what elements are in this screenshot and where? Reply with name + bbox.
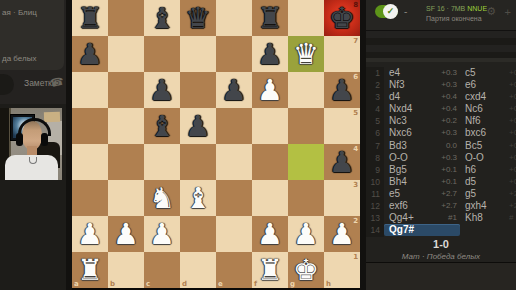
square-f1[interactable]: ♜f xyxy=(252,252,288,288)
square-b4[interactable] xyxy=(108,144,144,180)
move-white[interactable]: Nxc6 xyxy=(384,127,436,139)
move-black-eval-clipped: +2 xyxy=(505,200,516,212)
app-window: ая · Блиц да белых Заметки ☎ ♜♝♛♜♚8♟♟♛7♟… xyxy=(0,0,516,290)
move-row: 7Bd30.0Bc5+0 xyxy=(366,140,516,152)
move-row: 1e4+0.3c5+0 xyxy=(366,67,516,79)
file-label: e xyxy=(218,280,223,288)
square-f3[interactable] xyxy=(252,180,288,216)
rank-label: 4 xyxy=(353,145,358,153)
move-black[interactable]: bxc6 xyxy=(460,127,505,139)
move-eval: +0.4 xyxy=(436,91,460,103)
square-a6[interactable] xyxy=(72,72,108,108)
move-black[interactable]: cxd4 xyxy=(460,91,505,103)
plus-icon[interactable]: + xyxy=(505,6,511,18)
move-black-eval-clipped: +0 xyxy=(505,103,516,115)
game-info-box: ая · Блиц да белых xyxy=(0,0,64,70)
move-black[interactable]: Nf6 xyxy=(460,115,505,127)
chat-tab[interactable] xyxy=(0,74,14,95)
move-eval: +0.1 xyxy=(436,176,460,188)
move-row: 13Qg4+#1Kh8# xyxy=(366,212,516,224)
move-number: 8 xyxy=(366,152,384,164)
move-eval: +0.4 xyxy=(436,103,460,115)
move-black-eval-clipped: +0 xyxy=(505,176,516,188)
square-h1[interactable]: 1h xyxy=(324,252,360,288)
square-a7[interactable]: ♟ xyxy=(72,36,108,72)
move-black-eval-clipped: +0 xyxy=(505,152,516,164)
move-number: 14 xyxy=(366,224,384,236)
move-number: 6 xyxy=(366,127,384,139)
move-white[interactable]: Bd3 xyxy=(384,140,436,152)
white-pawn[interactable]: ♟ xyxy=(144,216,180,252)
square-c3[interactable]: ♞ xyxy=(144,180,180,216)
square-g4[interactable] xyxy=(288,144,324,180)
white-knight[interactable]: ♞ xyxy=(144,180,180,216)
square-f6[interactable]: ♟ xyxy=(252,72,288,108)
move-row: 6Nxc6+0.3bxc6+0 xyxy=(366,127,516,139)
move-white[interactable]: Nf3 xyxy=(384,79,436,91)
rank-label: 7 xyxy=(353,37,358,45)
move-black[interactable]: Nc6 xyxy=(460,103,505,115)
square-g8[interactable] xyxy=(288,0,324,36)
square-c1[interactable]: c xyxy=(144,252,180,288)
square-h7[interactable]: 7 xyxy=(324,36,360,72)
move-white[interactable]: d4 xyxy=(384,91,436,103)
square-b5[interactable] xyxy=(108,108,144,144)
move-black[interactable]: Bc5 xyxy=(460,140,505,152)
move-eval: +0.2 xyxy=(436,115,460,127)
square-d4[interactable] xyxy=(180,144,216,180)
square-g1[interactable]: ♚g xyxy=(288,252,324,288)
square-h5[interactable]: 5 xyxy=(324,108,360,144)
square-a3[interactable] xyxy=(72,180,108,216)
move-row: 3d4+0.4cxd4+0 xyxy=(366,91,516,103)
square-b1[interactable]: b xyxy=(108,252,144,288)
rank-label: 2 xyxy=(353,217,358,225)
move-number: 7 xyxy=(366,140,384,152)
square-b6[interactable] xyxy=(108,72,144,108)
game-result-label: да белых xyxy=(2,54,36,63)
white-rook[interactable]: ♜ xyxy=(252,252,288,288)
square-d7[interactable] xyxy=(180,36,216,72)
move-black[interactable] xyxy=(460,224,505,236)
move-black[interactable]: Kh8 xyxy=(460,212,505,224)
square-g6[interactable] xyxy=(288,72,324,108)
webcam-headphone-left xyxy=(16,133,23,146)
move-black[interactable]: g5 xyxy=(460,188,505,200)
summary-band xyxy=(366,45,516,52)
square-g5[interactable] xyxy=(288,108,324,144)
move-white[interactable]: Qg7# xyxy=(384,224,460,236)
move-row: 10Bh4+0.1d5+0 xyxy=(366,176,516,188)
move-black-eval-clipped: # xyxy=(505,212,516,224)
move-black-eval-clipped: +0 xyxy=(505,164,516,176)
analysis-panel: ✓ - SF 16 · 7MB NNUE Партия окончена ⚙ +… xyxy=(366,0,516,290)
square-h4[interactable]: ♟4 xyxy=(324,144,360,180)
move-number: 9 xyxy=(366,164,384,176)
square-e1[interactable]: e xyxy=(216,252,252,288)
engine-toggle[interactable]: ✓ xyxy=(375,5,398,18)
square-a1[interactable]: ♜a xyxy=(72,252,108,288)
square-c5[interactable]: ♝ xyxy=(144,108,180,144)
move-black[interactable]: d5 xyxy=(460,176,505,188)
square-c2[interactable]: ♟ xyxy=(144,216,180,252)
move-white[interactable]: Nc3 xyxy=(384,115,436,127)
move-eval: +2.7 xyxy=(436,200,460,212)
engine-nnue-badge: NNUE xyxy=(467,5,487,12)
black-rook[interactable]: ♜ xyxy=(72,0,108,36)
rank-label: 8 xyxy=(353,1,358,9)
rank-label: 3 xyxy=(353,181,358,189)
square-f4[interactable] xyxy=(252,144,288,180)
move-black-eval-clipped: +2 xyxy=(505,188,516,200)
rank-label: 6 xyxy=(353,73,358,81)
square-b8[interactable] xyxy=(108,0,144,36)
move-white[interactable]: O-O xyxy=(384,152,436,164)
square-c4[interactable] xyxy=(144,144,180,180)
square-e8[interactable] xyxy=(216,0,252,36)
move-row: 8O-O+0.3O-O+0 xyxy=(366,152,516,164)
engine-status: Партия окончена xyxy=(426,15,482,22)
move-black-eval-clipped: +0 xyxy=(505,115,516,127)
move-eval: +0.3 xyxy=(436,67,460,79)
square-c8[interactable]: ♝ xyxy=(144,0,180,36)
move-black-eval-clipped xyxy=(505,224,516,236)
move-black-eval-clipped: +0 xyxy=(505,67,516,79)
black-queen[interactable]: ♛ xyxy=(180,0,216,36)
gear-icon[interactable]: ⚙ xyxy=(486,5,496,18)
move-number: 12 xyxy=(366,200,384,212)
square-e3[interactable] xyxy=(216,180,252,216)
result-text: Мат · Победа белых xyxy=(366,252,516,261)
move-row: 11e5+2.7g5+2 xyxy=(366,188,516,200)
black-pawn[interactable]: ♟ xyxy=(72,36,108,72)
square-c7[interactable] xyxy=(144,36,180,72)
move-eval: +0.3 xyxy=(436,79,460,91)
move-black[interactable]: h6 xyxy=(460,164,505,176)
move-black-eval-clipped: +0 xyxy=(505,127,516,139)
move-white[interactable]: exf6 xyxy=(384,200,436,212)
file-label: g xyxy=(290,280,295,288)
black-pawn[interactable]: ♟ xyxy=(216,72,252,108)
move-eval: +0.3 xyxy=(436,127,460,139)
engine-name: SF 16 · 7MB NNUE xyxy=(426,5,487,12)
move-eval: +0.1 xyxy=(436,164,460,176)
move-black[interactable]: c5 xyxy=(460,67,505,79)
square-c6[interactable]: ♟ xyxy=(144,72,180,108)
square-g7[interactable]: ♛ xyxy=(288,36,324,72)
move-white[interactable]: e4 xyxy=(384,67,436,79)
summary-band xyxy=(366,31,516,38)
engine-header: ✓ - SF 16 · 7MB NNUE Партия окончена ⚙ + xyxy=(366,0,516,31)
move-row: 2Nf3+0.3e6+0 xyxy=(366,79,516,91)
analysis-summary-strip xyxy=(366,31,516,62)
square-d3[interactable]: ♝ xyxy=(180,180,216,216)
file-label: f xyxy=(254,280,257,288)
move-row: 5Nc3+0.2Nf6+0 xyxy=(366,115,516,127)
move-list: 1e4+0.3c5+02Nf3+0.3e6+03d4+0.4cxd4+04Nxd… xyxy=(366,67,516,237)
sidebar-tabs: Заметки ☎ xyxy=(0,72,66,98)
square-b7[interactable] xyxy=(108,36,144,72)
square-h8[interactable]: ♚8 xyxy=(324,0,360,36)
square-f7[interactable]: ♟ xyxy=(252,36,288,72)
move-row: 14Qg7# xyxy=(366,224,516,236)
rank-label: 1 xyxy=(353,253,358,261)
square-g3[interactable] xyxy=(288,180,324,216)
white-bishop[interactable]: ♝ xyxy=(180,180,216,216)
square-e5[interactable] xyxy=(216,108,252,144)
square-f5[interactable] xyxy=(252,108,288,144)
square-e4[interactable] xyxy=(216,144,252,180)
engine-eval: - xyxy=(404,6,407,17)
white-pawn[interactable]: ♟ xyxy=(72,216,108,252)
white-pawn[interactable]: ♟ xyxy=(288,216,324,252)
square-f8[interactable]: ♜ xyxy=(252,0,288,36)
black-pawn[interactable]: ♟ xyxy=(180,108,216,144)
result-score: 1-0 xyxy=(366,238,516,250)
move-number: 11 xyxy=(366,188,384,200)
square-a4[interactable] xyxy=(72,144,108,180)
square-d2[interactable] xyxy=(180,216,216,252)
game-mode-label: ая · Блиц xyxy=(2,8,37,17)
square-e2[interactable] xyxy=(216,216,252,252)
move-row: 9Bg5+0.1h6+0 xyxy=(366,164,516,176)
black-bishop[interactable]: ♝ xyxy=(144,0,180,36)
move-row: 12exf6+2.7gxh4+2 xyxy=(366,200,516,212)
move-number: 3 xyxy=(366,91,384,103)
move-white[interactable]: Qg4+ xyxy=(384,212,436,224)
file-label: a xyxy=(74,280,79,288)
summary-band xyxy=(366,58,516,62)
square-f2[interactable]: ♟ xyxy=(252,216,288,252)
file-label: h xyxy=(326,280,331,288)
result-block: 1-0 Мат · Победа белых xyxy=(366,238,516,261)
file-label: c xyxy=(146,280,150,288)
move-number: 2 xyxy=(366,79,384,91)
move-white[interactable]: Bg5 xyxy=(384,164,436,176)
square-b3[interactable] xyxy=(108,180,144,216)
white-queen[interactable]: ♛ xyxy=(288,36,324,72)
white-pawn[interactable]: ♟ xyxy=(252,72,288,108)
black-rook[interactable]: ♜ xyxy=(252,0,288,36)
sidebar: ая · Блиц да белых Заметки ☎ xyxy=(0,0,66,290)
panel-footer xyxy=(366,262,516,290)
square-e6[interactable]: ♟ xyxy=(216,72,252,108)
chess-board[interactable]: ♜♝♛♜♚8♟♟♛7♟♟♟♟6♝♟5♟4♞♝3♟♟♟♟♟♟2♜abcde♜f♚g… xyxy=(72,0,360,290)
phone-icon[interactable]: ☎ xyxy=(49,75,65,91)
webcam-poster xyxy=(44,112,60,123)
file-label: b xyxy=(110,280,115,288)
move-white[interactable]: Bh4 xyxy=(384,176,436,188)
move-black[interactable]: e6 xyxy=(460,79,505,91)
move-white[interactable]: e5 xyxy=(384,188,436,200)
square-h3[interactable]: 3 xyxy=(324,180,360,216)
square-d8[interactable]: ♛ xyxy=(180,0,216,36)
move-number: 10 xyxy=(366,176,384,188)
black-pawn[interactable]: ♟ xyxy=(144,72,180,108)
move-black-eval-clipped: +0 xyxy=(505,91,516,103)
square-e7[interactable] xyxy=(216,36,252,72)
black-bishop[interactable]: ♝ xyxy=(144,108,180,144)
square-d1[interactable]: d xyxy=(180,252,216,288)
move-eval: +0.3 xyxy=(436,152,460,164)
move-eval: +2.7 xyxy=(436,188,460,200)
webcam-headphone-right xyxy=(41,133,48,146)
webcam-overlay xyxy=(0,108,62,180)
square-a2[interactable]: ♟ xyxy=(72,216,108,252)
move-black-eval-clipped: +0 xyxy=(505,79,516,91)
rank-label: 5 xyxy=(353,109,358,117)
move-white[interactable]: Nxd4 xyxy=(384,103,436,115)
move-number: 5 xyxy=(366,115,384,127)
move-number: 1 xyxy=(366,67,384,79)
square-d5[interactable]: ♟ xyxy=(180,108,216,144)
square-h6[interactable]: ♟6 xyxy=(324,72,360,108)
move-eval: 0.0 xyxy=(436,140,460,152)
square-a8[interactable]: ♜ xyxy=(72,0,108,36)
white-pawn[interactable]: ♟ xyxy=(252,216,288,252)
engine-name-text: SF 16 · 7MB xyxy=(426,5,465,12)
move-black[interactable]: O-O xyxy=(460,152,505,164)
square-h2[interactable]: ♟2 xyxy=(324,216,360,252)
black-pawn[interactable]: ♟ xyxy=(252,36,288,72)
square-g2[interactable]: ♟ xyxy=(288,216,324,252)
file-label: d xyxy=(182,280,187,288)
square-a5[interactable] xyxy=(72,108,108,144)
move-black[interactable]: gxh4 xyxy=(460,200,505,212)
square-b2[interactable]: ♟ xyxy=(108,216,144,252)
move-number: 13 xyxy=(366,212,384,224)
move-black-eval-clipped: +0 xyxy=(505,140,516,152)
move-row: 4Nxd4+0.4Nc6+0 xyxy=(366,103,516,115)
check-icon: ✓ xyxy=(383,4,398,19)
white-pawn[interactable]: ♟ xyxy=(108,216,144,252)
square-d6[interactable] xyxy=(180,72,216,108)
move-number: 4 xyxy=(366,103,384,115)
move-eval: #1 xyxy=(436,212,460,224)
